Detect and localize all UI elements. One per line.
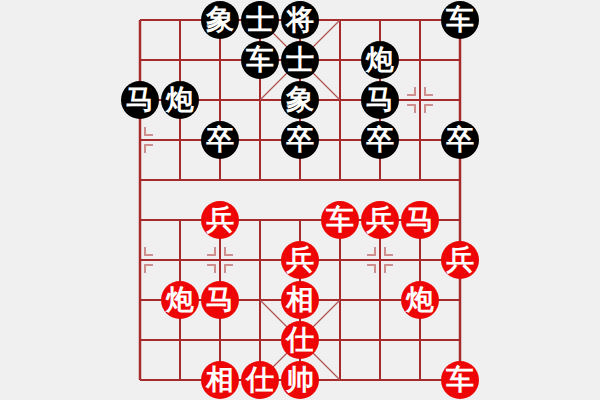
point-marker [407,105,415,113]
point-marker [385,247,393,255]
red-soldier[interactable]: 兵 [281,241,319,279]
black-soldier[interactable]: 卒 [361,121,399,159]
red-horse[interactable]: 马 [201,281,239,319]
black-chariot[interactable]: 车 [241,41,279,79]
point-marker [367,247,375,255]
red-horse[interactable]: 马 [401,201,439,239]
red-cannon[interactable]: 炮 [161,281,199,319]
black-advisor[interactable]: 士 [281,41,319,79]
black-horse[interactable]: 马 [361,81,399,119]
black-soldier[interactable]: 卒 [441,121,479,159]
red-chariot[interactable]: 车 [321,201,359,239]
red-general[interactable]: 帅 [281,361,319,399]
point-marker [225,265,233,273]
red-chariot[interactable]: 车 [441,361,479,399]
point-marker [367,265,375,273]
black-chariot[interactable]: 车 [441,1,479,39]
black-soldier[interactable]: 卒 [281,121,319,159]
black-cannon[interactable]: 炮 [361,41,399,79]
point-marker [425,87,433,95]
point-marker [425,105,433,113]
black-horse[interactable]: 马 [121,81,159,119]
point-marker [207,265,215,273]
black-elephant[interactable]: 象 [201,1,239,39]
point-marker [385,265,393,273]
red-cannon[interactable]: 炮 [401,281,439,319]
red-soldier[interactable]: 兵 [441,241,479,279]
red-advisor[interactable]: 仕 [241,361,279,399]
red-elephant[interactable]: 相 [201,361,239,399]
point-marker [207,247,215,255]
red-advisor[interactable]: 仕 [281,321,319,359]
point-marker [145,127,153,135]
point-marker [407,87,415,95]
point-marker [145,145,153,153]
xiangqi-board[interactable]: 象士将车车士炮马炮象马卒卒卒卒兵车兵马兵兵炮马相炮仕相仕帅车 [0,0,600,400]
black-elephant[interactable]: 象 [281,81,319,119]
point-marker [225,247,233,255]
red-soldier[interactable]: 兵 [201,201,239,239]
red-soldier[interactable]: 兵 [361,201,399,239]
black-soldier[interactable]: 卒 [201,121,239,159]
black-advisor[interactable]: 士 [241,1,279,39]
black-cannon[interactable]: 炮 [161,81,199,119]
black-general[interactable]: 将 [281,1,319,39]
point-marker [145,247,153,255]
red-elephant[interactable]: 相 [281,281,319,319]
point-marker [145,265,153,273]
